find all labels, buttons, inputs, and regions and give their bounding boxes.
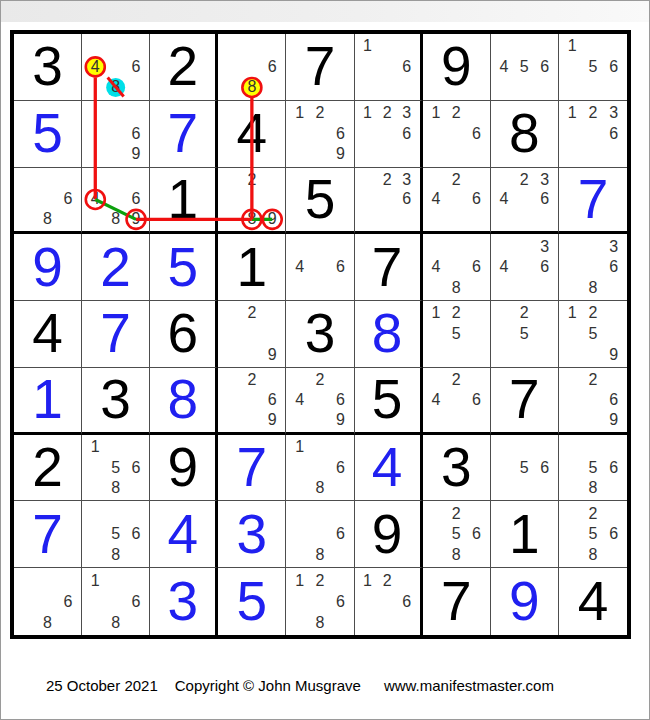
cell-r1c2: 468 xyxy=(82,34,150,101)
digit-r1c5: 7 xyxy=(305,39,336,94)
candidate-r2c5-2: 2 xyxy=(310,103,330,124)
candidate-slot-empty xyxy=(85,457,105,478)
candidates-r3c2: 4689 xyxy=(82,168,149,232)
cell-r1c6: 16 xyxy=(355,34,423,101)
cell-r4c5: 46 xyxy=(286,234,354,301)
candidate-r6c7-4: 4 xyxy=(426,390,446,410)
candidate-slot-empty xyxy=(583,144,604,165)
cell-r4c8: 346 xyxy=(491,234,559,301)
candidate-r8c9-2: 2 xyxy=(583,503,604,524)
candidate-r3c2-9: 9 xyxy=(126,209,146,229)
candidate-r9c6-2: 2 xyxy=(377,570,397,591)
candidate-slot-empty xyxy=(377,36,397,57)
candidate-r4c7-6: 6 xyxy=(466,257,486,278)
candidate-slot-empty xyxy=(377,612,397,633)
candidate-slot-empty xyxy=(466,324,486,345)
board-area: 3468268716945615656974126912361268123668… xyxy=(10,30,631,639)
candidate-slot-empty xyxy=(85,591,105,612)
candidate-r1c2-6: 6 xyxy=(126,57,146,78)
candidates-r6c5: 2469 xyxy=(286,368,353,432)
candidate-slot-empty xyxy=(446,189,466,209)
candidate-r7c2-8: 8 xyxy=(105,478,125,499)
digit-r6c8: 7 xyxy=(509,372,540,427)
candidate-slot-empty xyxy=(494,170,514,190)
digit-r1c3: 2 xyxy=(167,39,198,94)
cell-r9c1: 68 xyxy=(14,568,82,635)
cell-r3c1: 68 xyxy=(14,168,82,235)
digit-r6c3: 8 xyxy=(167,372,198,427)
cell-r3c8: 2346 xyxy=(491,168,559,235)
candidate-r8c7-6: 6 xyxy=(466,524,486,545)
candidate-slot-empty xyxy=(330,612,350,633)
digit-r7c1: 2 xyxy=(32,440,63,495)
candidate-slot-empty xyxy=(562,278,583,299)
candidate-slot-empty xyxy=(466,103,486,124)
candidate-slot-empty xyxy=(466,236,486,257)
candidate-slot-empty xyxy=(466,144,486,165)
candidate-slot-empty xyxy=(535,77,555,98)
candidate-slot-empty xyxy=(603,437,624,458)
candidate-slot-empty xyxy=(562,457,583,478)
candidate-slot-empty xyxy=(583,77,604,98)
digit-r9c8: 9 xyxy=(509,574,540,629)
candidates-r1c9: 156 xyxy=(559,34,627,100)
candidate-slot-empty xyxy=(446,390,466,410)
cell-r6c9: 269 xyxy=(559,368,627,435)
cell-r4c6: 7 xyxy=(355,234,423,301)
candidate-r4c7-8: 8 xyxy=(446,278,466,299)
candidate-r2c2-9: 9 xyxy=(126,144,146,165)
candidate-slot-empty xyxy=(289,236,309,257)
cell-r5c8: 25 xyxy=(491,301,559,368)
candidate-r7c2-1: 1 xyxy=(85,437,105,458)
candidate-r9c1-6: 6 xyxy=(58,591,78,612)
candidate-r2c5-1: 1 xyxy=(289,103,309,124)
candidate-r5c9-2: 2 xyxy=(583,303,604,324)
cell-r7c4: 7 xyxy=(218,435,286,502)
candidate-slot-empty xyxy=(562,77,583,98)
candidate-slot-empty xyxy=(85,478,105,499)
candidate-slot-empty xyxy=(289,612,309,633)
candidate-slot-empty xyxy=(377,77,397,98)
candidate-r3c1-6: 6 xyxy=(58,189,78,209)
candidate-slot-empty xyxy=(310,437,330,458)
digit-r3c5: 5 xyxy=(305,172,336,227)
candidate-r5c7-2: 2 xyxy=(446,303,466,324)
candidate-slot-empty xyxy=(126,570,146,591)
candidates-r8c9: 2568 xyxy=(559,501,627,567)
candidate-r9c5-1: 1 xyxy=(289,570,309,591)
candidate-slot-empty xyxy=(358,612,378,633)
candidate-slot-empty xyxy=(262,303,282,324)
candidate-slot-empty xyxy=(221,209,241,229)
candidate-slot-empty xyxy=(514,437,534,458)
candidate-slot-empty xyxy=(221,77,241,98)
candidate-slot-empty xyxy=(17,209,37,229)
candidate-slot-empty xyxy=(446,209,466,229)
candidate-r6c5-9: 9 xyxy=(330,410,350,430)
candidate-r8c7-8: 8 xyxy=(446,545,466,566)
candidate-r5c7-5: 5 xyxy=(446,324,466,345)
candidate-slot-empty xyxy=(126,170,146,190)
cell-r7c6: 4 xyxy=(355,435,423,502)
candidate-slot-empty xyxy=(221,410,241,430)
candidate-slot-empty xyxy=(446,344,466,365)
candidate-slot-empty xyxy=(105,170,125,190)
candidate-slot-empty xyxy=(562,57,583,78)
candidate-slot-empty xyxy=(603,36,624,57)
candidate-slot-empty xyxy=(494,457,514,478)
candidate-r8c5-8: 8 xyxy=(310,545,330,566)
candidate-slot-empty xyxy=(535,278,555,299)
candidate-slot-empty xyxy=(562,257,583,278)
candidate-slot-empty xyxy=(310,503,330,524)
digit-r8c8: 1 xyxy=(509,507,540,562)
candidate-r3c7-4: 4 xyxy=(426,189,446,209)
candidate-r3c8-3: 3 xyxy=(535,170,555,190)
candidate-slot-empty xyxy=(562,410,583,430)
cell-r9c7: 7 xyxy=(423,568,491,635)
candidate-r7c2-6: 6 xyxy=(126,457,146,478)
candidate-slot-empty xyxy=(535,324,555,345)
candidate-slot-empty xyxy=(105,103,125,124)
candidate-slot-empty xyxy=(310,257,330,278)
cell-r6c8: 7 xyxy=(491,368,559,435)
cell-r2c1: 5 xyxy=(14,101,82,168)
candidate-r1c8-6: 6 xyxy=(535,57,555,78)
digit-r4c4: 1 xyxy=(237,240,268,295)
candidate-slot-empty xyxy=(310,524,330,545)
candidate-slot-empty xyxy=(358,57,378,78)
candidate-slot-empty xyxy=(358,170,378,190)
cell-r3c5: 5 xyxy=(286,168,354,235)
cell-r1c5: 7 xyxy=(286,34,354,101)
candidate-slot-empty xyxy=(535,36,555,57)
candidates-r8c7: 2568 xyxy=(423,501,490,567)
candidate-slot-empty xyxy=(377,591,397,612)
candidate-slot-empty xyxy=(310,591,330,612)
candidate-slot-empty xyxy=(494,36,514,57)
candidate-slot-empty xyxy=(126,36,146,57)
candidate-r7c5-6: 6 xyxy=(330,457,350,478)
candidate-slot-empty xyxy=(583,410,604,430)
cell-r8c6: 9 xyxy=(355,501,423,568)
candidates-r2c6: 1236 xyxy=(355,101,420,167)
cell-r9c2: 168 xyxy=(82,568,150,635)
candidate-r3c6-3: 3 xyxy=(397,170,417,190)
candidate-slot-empty xyxy=(377,144,397,165)
digit-r2c4: 4 xyxy=(237,106,268,161)
digit-r7c6: 4 xyxy=(372,440,403,495)
candidate-slot-empty xyxy=(397,77,417,98)
candidate-slot-empty xyxy=(514,478,534,499)
candidate-slot-empty xyxy=(242,410,262,430)
candidate-slot-empty xyxy=(105,437,125,458)
candidate-slot-empty xyxy=(310,144,330,165)
candidate-slot-empty xyxy=(242,57,262,78)
candidate-r6c5-6: 6 xyxy=(330,390,350,410)
digit-r4c2: 2 xyxy=(100,240,131,295)
digit-r3c9: 7 xyxy=(578,172,609,227)
digit-r2c1: 5 xyxy=(32,106,63,161)
digit-r6c1: 1 xyxy=(32,372,63,427)
candidates-r1c4: 68 xyxy=(218,34,285,100)
candidate-slot-empty xyxy=(562,344,583,365)
candidate-slot-empty xyxy=(310,390,330,410)
candidate-slot-empty xyxy=(85,612,105,633)
candidate-slot-empty xyxy=(562,370,583,390)
candidate-r6c7-2: 2 xyxy=(446,370,466,390)
candidate-r6c9-2: 2 xyxy=(583,370,604,390)
candidate-r4c8-4: 4 xyxy=(494,257,514,278)
candidate-r2c6-3: 3 xyxy=(397,103,417,124)
candidate-r9c2-8: 8 xyxy=(105,612,125,633)
cell-r9c6: 126 xyxy=(355,568,423,635)
candidate-slot-empty xyxy=(85,545,105,566)
candidate-slot-empty xyxy=(466,209,486,229)
digit-r8c3: 4 xyxy=(167,507,198,562)
candidate-r7c2-5: 5 xyxy=(105,457,125,478)
digit-r8c6: 9 xyxy=(372,507,403,562)
candidate-r3c4-2: 2 xyxy=(242,170,262,190)
digit-r5c5: 3 xyxy=(305,306,336,361)
candidate-r1c9-5: 5 xyxy=(583,57,604,78)
digit-r8c1: 7 xyxy=(32,507,63,562)
candidate-slot-empty xyxy=(310,123,330,144)
candidates-r1c8: 456 xyxy=(491,34,558,100)
candidate-r2c6-2: 2 xyxy=(377,103,397,124)
candidate-r8c2-6: 6 xyxy=(126,524,146,545)
cell-r4c7: 468 xyxy=(423,234,491,301)
candidate-slot-empty xyxy=(397,36,417,57)
candidate-slot-empty xyxy=(562,524,583,545)
candidate-slot-empty xyxy=(126,103,146,124)
candidate-slot-empty xyxy=(358,591,378,612)
candidates-r9c5: 1268 xyxy=(286,568,353,635)
cell-r3c3: 1 xyxy=(150,168,218,235)
digit-r8c4: 3 xyxy=(237,507,268,562)
digit-r9c4: 5 xyxy=(237,574,268,629)
candidate-r2c6-6: 6 xyxy=(397,123,417,144)
candidate-slot-empty xyxy=(289,545,309,566)
cell-r3c6: 236 xyxy=(355,168,423,235)
candidate-r4c5-6: 6 xyxy=(330,257,350,278)
candidate-slot-empty xyxy=(58,612,78,633)
candidate-r4c5-4: 4 xyxy=(289,257,309,278)
candidate-r6c9-9: 9 xyxy=(603,410,624,430)
candidate-r2c9-3: 3 xyxy=(603,103,624,124)
candidate-slot-empty xyxy=(426,324,446,345)
digit-r5c3: 6 xyxy=(167,306,198,361)
digit-r4c6: 7 xyxy=(372,240,403,295)
candidate-slot-empty xyxy=(466,170,486,190)
cell-r8c5: 68 xyxy=(286,501,354,568)
candidates-r5c4: 29 xyxy=(218,301,285,367)
candidates-r5c8: 25 xyxy=(491,301,558,367)
candidate-slot-empty xyxy=(494,303,514,324)
candidate-slot-empty xyxy=(562,236,583,257)
candidate-slot-empty xyxy=(310,410,330,430)
candidate-slot-empty xyxy=(562,503,583,524)
candidate-slot-empty xyxy=(262,170,282,190)
candidate-slot-empty xyxy=(426,123,446,144)
candidate-slot-empty xyxy=(377,189,397,209)
candidate-slot-empty xyxy=(289,370,309,390)
digit-r1c1: 3 xyxy=(32,39,63,94)
footer-caption: 25 October 2021Copyright © John Musgrave… xyxy=(46,677,554,694)
cell-r3c4: 289 xyxy=(218,168,286,235)
candidate-r5c9-9: 9 xyxy=(603,344,624,365)
candidate-r6c5-2: 2 xyxy=(310,370,330,390)
cell-r6c1: 1 xyxy=(14,368,82,435)
candidate-r3c7-6: 6 xyxy=(466,189,486,209)
candidate-slot-empty xyxy=(583,390,604,410)
candidate-slot-empty xyxy=(426,524,446,545)
digit-r4c1: 9 xyxy=(32,240,63,295)
candidate-slot-empty xyxy=(426,410,446,430)
candidate-r2c9-6: 6 xyxy=(603,123,624,144)
candidate-slot-empty xyxy=(514,236,534,257)
cell-r6c3: 8 xyxy=(150,368,218,435)
candidate-r2c2-6: 6 xyxy=(126,123,146,144)
candidate-slot-empty xyxy=(221,324,241,345)
candidate-r6c7-6: 6 xyxy=(466,390,486,410)
candidate-slot-empty xyxy=(494,344,514,365)
candidate-slot-empty xyxy=(562,478,583,499)
cell-r6c6: 5 xyxy=(355,368,423,435)
cell-r5c3: 6 xyxy=(150,301,218,368)
candidate-slot-empty xyxy=(426,144,446,165)
cell-r9c8: 9 xyxy=(491,568,559,635)
cell-r7c7: 3 xyxy=(423,435,491,502)
candidate-slot-empty xyxy=(358,189,378,209)
candidate-slot-empty xyxy=(105,503,125,524)
candidate-slot-empty xyxy=(514,209,534,229)
candidate-slot-empty xyxy=(426,370,446,390)
candidate-r5c7-1: 1 xyxy=(426,303,446,324)
cell-r2c2: 69 xyxy=(82,101,150,168)
candidate-r7c5-1: 1 xyxy=(289,437,309,458)
top-grey-bar xyxy=(1,1,649,22)
digit-r6c2: 3 xyxy=(100,372,131,427)
candidate-r2c7-1: 1 xyxy=(426,103,446,124)
candidate-slot-empty xyxy=(37,189,57,209)
candidate-slot-empty xyxy=(397,144,417,165)
digit-r5c2: 7 xyxy=(100,306,131,361)
candidate-slot-empty xyxy=(603,77,624,98)
candidate-r3c2-4: 4 xyxy=(85,189,105,209)
candidates-r3c6: 236 xyxy=(355,168,420,232)
candidate-r8c9-5: 5 xyxy=(583,524,604,545)
cell-r7c8: 56 xyxy=(491,435,559,502)
cell-r1c9: 156 xyxy=(559,34,627,101)
candidate-slot-empty xyxy=(494,478,514,499)
candidate-r2c9-2: 2 xyxy=(583,103,604,124)
candidate-slot-empty xyxy=(426,236,446,257)
candidate-slot-empty xyxy=(58,170,78,190)
candidate-slot-empty xyxy=(85,170,105,190)
candidate-r5c8-5: 5 xyxy=(514,324,534,345)
candidate-r3c8-2: 2 xyxy=(514,170,534,190)
candidate-slot-empty xyxy=(289,144,309,165)
footer-copyright: Copyright © John Musgrave xyxy=(175,677,361,694)
candidates-r7c2: 1568 xyxy=(82,435,149,501)
cell-r2c6: 1236 xyxy=(355,101,423,168)
candidate-slot-empty xyxy=(262,370,282,390)
candidate-r8c2-5: 5 xyxy=(105,524,125,545)
cell-r8c1: 7 xyxy=(14,501,82,568)
candidate-slot-empty xyxy=(358,209,378,229)
candidate-r2c6-1: 1 xyxy=(358,103,378,124)
candidate-slot-empty xyxy=(603,370,624,390)
candidate-slot-empty xyxy=(466,303,486,324)
candidate-slot-empty xyxy=(289,410,309,430)
candidate-slot-empty xyxy=(330,278,350,299)
candidate-slot-empty xyxy=(289,503,309,524)
cell-r5c9: 1259 xyxy=(559,301,627,368)
candidate-r9c5-2: 2 xyxy=(310,570,330,591)
candidate-slot-empty xyxy=(310,236,330,257)
candidate-slot-empty xyxy=(221,303,241,324)
candidate-r5c4-9: 9 xyxy=(262,344,282,365)
candidate-slot-empty xyxy=(514,344,534,365)
candidate-slot-empty xyxy=(514,189,534,209)
candidate-slot-empty xyxy=(221,370,241,390)
candidate-r1c4-6: 6 xyxy=(262,57,282,78)
candidate-slot-empty xyxy=(603,324,624,345)
cell-r5c2: 7 xyxy=(82,301,150,368)
cell-r8c7: 2568 xyxy=(423,501,491,568)
candidate-r5c9-1: 1 xyxy=(562,303,583,324)
candidate-slot-empty xyxy=(426,170,446,190)
candidate-slot-empty xyxy=(466,503,486,524)
cell-r9c5: 1268 xyxy=(286,568,354,635)
candidates-r5c9: 1259 xyxy=(559,301,627,367)
candidate-r1c2-8: 8 xyxy=(105,77,125,98)
candidate-slot-empty xyxy=(494,278,514,299)
candidate-slot-empty xyxy=(105,189,125,209)
candidate-slot-empty xyxy=(37,170,57,190)
candidates-r9c1: 68 xyxy=(14,568,81,635)
candidate-r4c8-3: 3 xyxy=(535,236,555,257)
digit-r4c3: 5 xyxy=(167,240,198,295)
candidate-r9c1-8: 8 xyxy=(37,612,57,633)
candidates-r1c6: 16 xyxy=(355,34,420,100)
cell-r6c5: 2469 xyxy=(286,368,354,435)
cell-r5c1: 4 xyxy=(14,301,82,368)
candidates-r4c7: 468 xyxy=(423,234,490,300)
candidate-r1c6-1: 1 xyxy=(358,36,378,57)
candidate-slot-empty xyxy=(426,503,446,524)
candidate-r3c6-6: 6 xyxy=(397,189,417,209)
candidates-r3c4: 289 xyxy=(218,168,285,232)
candidate-slot-empty xyxy=(289,524,309,545)
candidate-slot-empty xyxy=(85,209,105,229)
candidates-r6c4: 269 xyxy=(218,368,285,432)
candidate-r1c8-5: 5 xyxy=(514,57,534,78)
candidate-r8c9-8: 8 xyxy=(583,545,604,566)
cell-r1c3: 2 xyxy=(150,34,218,101)
candidate-r9c2-6: 6 xyxy=(126,591,146,612)
candidate-slot-empty xyxy=(17,189,37,209)
candidate-slot-empty xyxy=(330,570,350,591)
candidate-r1c2-4: 4 xyxy=(85,57,105,78)
candidate-slot-empty xyxy=(397,209,417,229)
cell-r2c9: 1236 xyxy=(559,101,627,168)
cell-r5c7: 125 xyxy=(423,301,491,368)
candidate-slot-empty xyxy=(426,209,446,229)
candidate-slot-empty xyxy=(562,123,583,144)
